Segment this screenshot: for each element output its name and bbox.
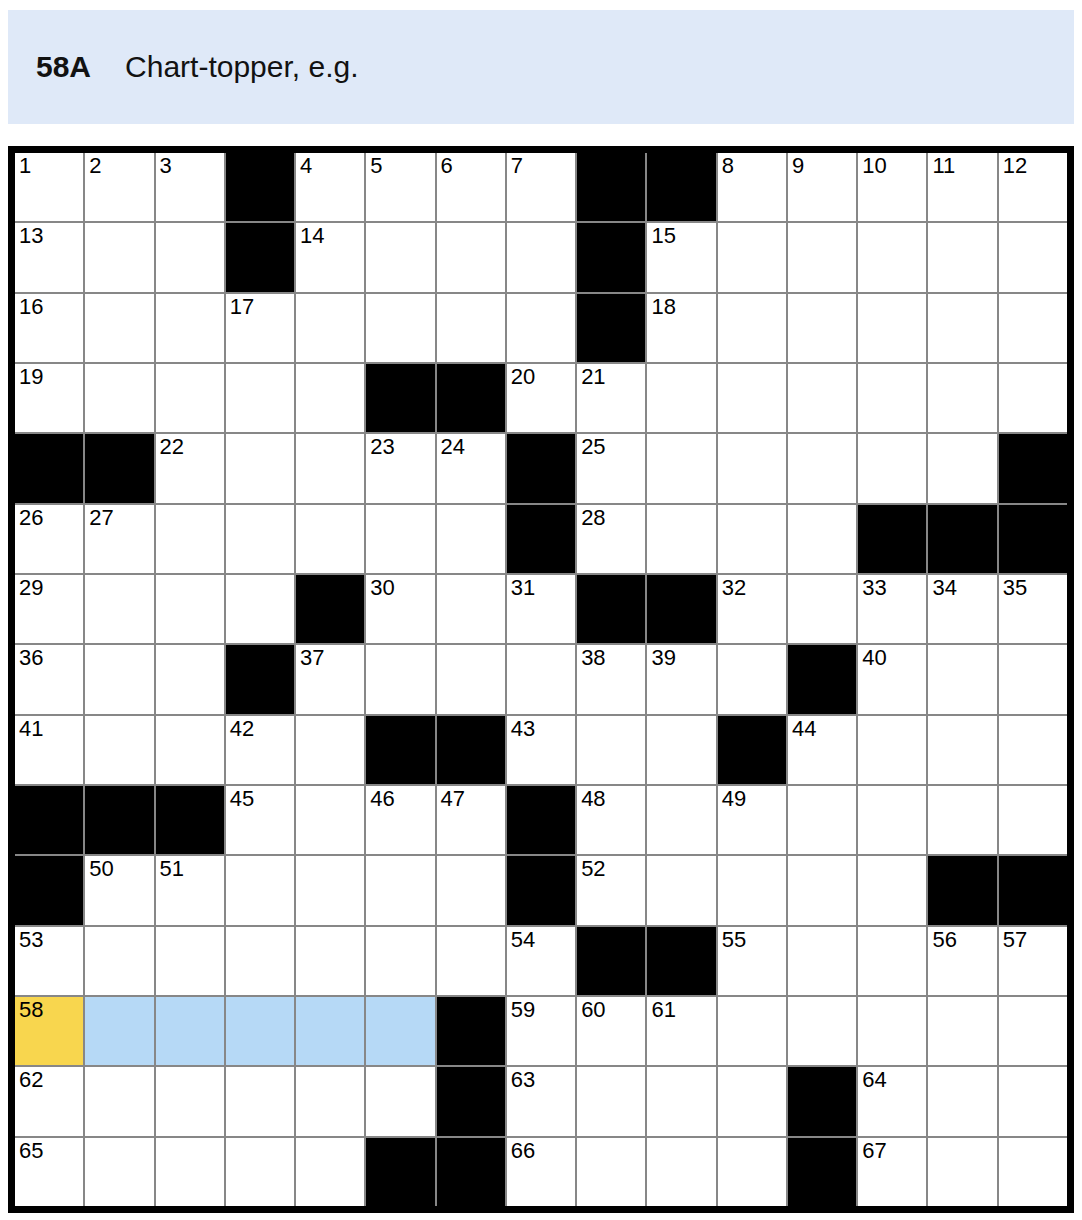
cell-r2c15[interactable] [999,223,1067,291]
cell-r1c13[interactable]: 10 [858,153,926,221]
word-cell-r13c6[interactable] [366,997,434,1065]
cell-r7c8[interactable]: 31 [507,575,575,643]
cell-r5c9[interactable]: 25 [577,434,645,502]
word-cell-r13c2[interactable] [85,997,153,1065]
block-cell-r2c4 [226,223,294,291]
cell-number: 58 [19,998,43,1022]
cell-r1c14[interactable]: 11 [928,153,996,221]
cell-r4c10[interactable] [647,364,715,432]
cell-r9c10[interactable] [647,716,715,784]
cell-r7c11[interactable]: 32 [718,575,786,643]
cell-r9c3[interactable] [156,716,224,784]
cell-number: 7 [511,154,523,178]
cell-r11c3[interactable]: 51 [156,856,224,924]
cell-number: 38 [581,646,605,670]
cell-number: 2 [89,154,101,178]
cell-r12c15[interactable]: 57 [999,927,1067,995]
cell-r4c13[interactable] [858,364,926,432]
cell-r13c14[interactable] [928,997,996,1065]
block-cell-r10c8 [507,786,575,854]
cell-r9c13[interactable] [858,716,926,784]
cell-r15c1[interactable]: 65 [15,1138,83,1206]
cell-r2c3[interactable] [156,223,224,291]
cell-r3c4[interactable]: 17 [226,294,294,362]
cell-r4c2[interactable] [85,364,153,432]
cell-r15c14[interactable] [928,1138,996,1206]
cell-number: 64 [862,1068,886,1092]
cell-number: 29 [19,576,43,600]
cell-number: 44 [792,717,816,741]
cell-number: 39 [651,646,675,670]
cell-number: 33 [862,576,886,600]
cell-r6c10[interactable] [647,505,715,573]
block-cell-r10c2 [85,786,153,854]
word-cell-r13c5[interactable] [296,997,364,1065]
cell-r2c14[interactable] [928,223,996,291]
cell-number: 3 [160,154,172,178]
cell-r12c7[interactable] [437,927,505,995]
cell-r3c2[interactable] [85,294,153,362]
cell-r5c14[interactable] [928,434,996,502]
block-cell-r9c7 [437,716,505,784]
cell-r11c7[interactable] [437,856,505,924]
cell-r13c12[interactable] [788,997,856,1065]
cell-r4c3[interactable] [156,364,224,432]
clue-number-label: 58A [36,50,91,84]
cell-r4c11[interactable] [718,364,786,432]
cell-number: 25 [581,435,605,459]
cell-r10c14[interactable] [928,786,996,854]
cell-number: 13 [19,224,43,248]
cell-r10c4[interactable]: 45 [226,786,294,854]
block-cell-r9c11 [718,716,786,784]
cell-r11c11[interactable] [718,856,786,924]
block-cell-r5c2 [85,434,153,502]
cell-number: 30 [370,576,394,600]
cell-number: 67 [862,1139,886,1163]
cell-r11c2[interactable]: 50 [85,856,153,924]
cell-r11c4[interactable] [226,856,294,924]
block-cell-r3c9 [577,294,645,362]
cell-r3c13[interactable] [858,294,926,362]
cell-r12c11[interactable]: 55 [718,927,786,995]
cell-number: 18 [651,295,675,319]
cell-r5c10[interactable] [647,434,715,502]
block-cell-r10c1 [15,786,83,854]
cell-r5c13[interactable] [858,434,926,502]
cell-r14c5[interactable] [296,1067,364,1135]
cell-r12c2[interactable] [85,927,153,995]
block-cell-r10c3 [156,786,224,854]
cell-r14c4[interactable] [226,1067,294,1135]
cell-r7c6[interactable]: 30 [366,575,434,643]
block-cell-r5c15 [999,434,1067,502]
cell-number: 66 [511,1139,535,1163]
cell-r4c14[interactable] [928,364,996,432]
cell-r8c14[interactable] [928,645,996,713]
cell-r15c15[interactable] [999,1138,1067,1206]
cell-r8c5[interactable]: 37 [296,645,364,713]
cell-r10c5[interactable] [296,786,364,854]
cell-r1c2[interactable]: 2 [85,153,153,221]
cell-r7c13[interactable]: 33 [858,575,926,643]
block-cell-r15c6 [366,1138,434,1206]
cell-number: 6 [441,154,453,178]
cell-r5c12[interactable] [788,434,856,502]
cell-number: 19 [19,365,43,389]
cell-r8c6[interactable] [366,645,434,713]
cell-r4c15[interactable] [999,364,1067,432]
cell-r5c4[interactable] [226,434,294,502]
block-cell-r8c4 [226,645,294,713]
cell-r12c13[interactable] [858,927,926,995]
cell-r5c7[interactable]: 24 [437,434,505,502]
block-cell-r11c8 [507,856,575,924]
cell-number: 56 [932,928,956,952]
cell-r15c2[interactable] [85,1138,153,1206]
cell-r1c11[interactable]: 8 [718,153,786,221]
cell-r15c3[interactable] [156,1138,224,1206]
cell-r8c2[interactable] [85,645,153,713]
block-cell-r6c13 [858,505,926,573]
cell-r10c9[interactable]: 48 [577,786,645,854]
cell-r8c7[interactable] [437,645,505,713]
block-cell-r5c8 [507,434,575,502]
cell-r11c6[interactable] [366,856,434,924]
cell-r10c15[interactable] [999,786,1067,854]
cell-number: 1 [19,154,31,178]
cell-r7c3[interactable] [156,575,224,643]
cell-r15c13[interactable]: 67 [858,1138,926,1206]
cell-number: 15 [651,224,675,248]
cell-r13c15[interactable] [999,997,1067,1065]
cell-r2c5[interactable]: 14 [296,223,364,291]
cell-r14c13[interactable]: 64 [858,1067,926,1135]
cell-r1c15[interactable]: 12 [999,153,1067,221]
cell-r6c9[interactable]: 28 [577,505,645,573]
block-cell-r4c7 [437,364,505,432]
block-cell-r1c9 [577,153,645,221]
cell-r8c11[interactable] [718,645,786,713]
cell-r12c8[interactable]: 54 [507,927,575,995]
cell-r3c8[interactable] [507,294,575,362]
cell-r14c2[interactable] [85,1067,153,1135]
cell-number: 36 [19,646,43,670]
cell-number: 27 [89,506,113,530]
cell-r12c5[interactable] [296,927,364,995]
cell-r6c5[interactable] [296,505,364,573]
cell-r1c12[interactable]: 9 [788,153,856,221]
cell-r15c5[interactable] [296,1138,364,1206]
cell-number: 59 [511,998,535,1022]
cell-r9c1[interactable]: 41 [15,716,83,784]
block-cell-r2c9 [577,223,645,291]
cell-r15c11[interactable] [718,1138,786,1206]
cell-r7c4[interactable] [226,575,294,643]
cell-r3c5[interactable] [296,294,364,362]
cell-r11c9[interactable]: 52 [577,856,645,924]
cell-number: 49 [722,787,746,811]
cell-r10c13[interactable] [858,786,926,854]
cell-r4c5[interactable] [296,364,364,432]
cell-r15c4[interactable] [226,1138,294,1206]
cell-r10c10[interactable] [647,786,715,854]
cell-number: 9 [792,154,804,178]
cell-number: 47 [441,787,465,811]
cell-r11c13[interactable] [858,856,926,924]
cell-r3c7[interactable] [437,294,505,362]
cell-number: 31 [511,576,535,600]
cell-number: 16 [19,295,43,319]
word-cell-r13c3[interactable] [156,997,224,1065]
cell-r5c11[interactable] [718,434,786,502]
cell-number: 52 [581,857,605,881]
cell-r14c6[interactable] [366,1067,434,1135]
block-cell-r9c6 [366,716,434,784]
cell-r13c11[interactable] [718,997,786,1065]
cell-r6c12[interactable] [788,505,856,573]
cell-r11c10[interactable] [647,856,715,924]
cell-r10c6[interactable]: 46 [366,786,434,854]
cell-r15c10[interactable] [647,1138,715,1206]
cell-r6c11[interactable] [718,505,786,573]
block-cell-r1c10 [647,153,715,221]
cell-number: 8 [722,154,734,178]
cell-number: 20 [511,365,535,389]
cell-r3c15[interactable] [999,294,1067,362]
cell-r5c3[interactable]: 22 [156,434,224,502]
block-cell-r14c7 [437,1067,505,1135]
cell-number: 50 [89,857,113,881]
cell-number: 57 [1003,928,1027,952]
cell-number: 21 [581,365,605,389]
cell-r1c7[interactable]: 6 [437,153,505,221]
cell-r13c8[interactable]: 59 [507,997,575,1065]
cell-r9c4[interactable]: 42 [226,716,294,784]
cell-r10c11[interactable]: 49 [718,786,786,854]
cell-r14c15[interactable] [999,1067,1067,1135]
block-cell-r6c14 [928,505,996,573]
clue-bar: 58A Chart-topper, e.g. [8,10,1074,124]
cell-number: 12 [1003,154,1027,178]
cell-r3c12[interactable] [788,294,856,362]
cell-number: 53 [19,928,43,952]
block-cell-r6c15 [999,505,1067,573]
cell-r10c12[interactable] [788,786,856,854]
cell-r12c6[interactable] [366,927,434,995]
cell-r2c11[interactable] [718,223,786,291]
block-cell-r7c9 [577,575,645,643]
cell-r8c15[interactable] [999,645,1067,713]
cell-r8c8[interactable] [507,645,575,713]
cell-r9c12[interactable]: 44 [788,716,856,784]
cell-r14c11[interactable] [718,1067,786,1135]
block-cell-r6c8 [507,505,575,573]
cell-r14c1[interactable]: 62 [15,1067,83,1135]
cell-number: 54 [511,928,535,952]
cell-r6c6[interactable] [366,505,434,573]
cell-r1c1[interactable]: 1 [15,153,83,221]
block-cell-r8c12 [788,645,856,713]
cell-number: 26 [19,506,43,530]
cell-r3c6[interactable] [366,294,434,362]
cell-r7c15[interactable]: 35 [999,575,1067,643]
cell-r3c3[interactable] [156,294,224,362]
cell-number: 24 [441,435,465,459]
cell-r4c9[interactable]: 21 [577,364,645,432]
cell-r6c4[interactable] [226,505,294,573]
block-cell-r1c4 [226,153,294,221]
cell-r9c2[interactable] [85,716,153,784]
block-cell-r11c14 [928,856,996,924]
block-cell-r13c7 [437,997,505,1065]
cell-r2c1[interactable]: 13 [15,223,83,291]
cell-r5c5[interactable] [296,434,364,502]
cell-number: 22 [160,435,184,459]
cell-number: 11 [932,154,955,178]
cell-number: 60 [581,998,605,1022]
cell-r7c7[interactable] [437,575,505,643]
cell-r9c5[interactable] [296,716,364,784]
cell-number: 48 [581,787,605,811]
cell-r1c6[interactable]: 5 [366,153,434,221]
cell-r12c12[interactable] [788,927,856,995]
cell-r2c6[interactable] [366,223,434,291]
cell-r11c5[interactable] [296,856,364,924]
cell-number: 17 [230,295,254,319]
block-cell-r14c12 [788,1067,856,1135]
cell-r7c1[interactable]: 29 [15,575,83,643]
cell-r9c14[interactable] [928,716,996,784]
cell-number: 42 [230,717,254,741]
cell-r2c2[interactable] [85,223,153,291]
cell-r1c5[interactable]: 4 [296,153,364,221]
word-cell-r13c4[interactable] [226,997,294,1065]
cell-r1c8[interactable]: 7 [507,153,575,221]
cell-r6c2[interactable]: 27 [85,505,153,573]
cell-r2c10[interactable]: 15 [647,223,715,291]
cell-r4c1[interactable]: 19 [15,364,83,432]
cell-number: 4 [300,154,312,178]
cell-number: 23 [370,435,394,459]
cell-number: 43 [511,717,535,741]
cell-r8c1[interactable]: 36 [15,645,83,713]
cell-r2c7[interactable] [437,223,505,291]
cell-r13c13[interactable] [858,997,926,1065]
crossword-board: 1234567891011121314151617181920212223242… [8,146,1074,1213]
block-cell-r11c1 [15,856,83,924]
cell-r6c7[interactable] [437,505,505,573]
cell-r9c8[interactable]: 43 [507,716,575,784]
cell-r13c9[interactable]: 60 [577,997,645,1065]
cell-r3c11[interactable] [718,294,786,362]
cell-r1c3[interactable]: 3 [156,153,224,221]
cell-r8c3[interactable] [156,645,224,713]
cell-r7c14[interactable]: 34 [928,575,996,643]
cell-number: 46 [370,787,394,811]
cell-r6c1[interactable]: 26 [15,505,83,573]
cell-r3c14[interactable] [928,294,996,362]
block-cell-r7c5 [296,575,364,643]
cell-r2c8[interactable] [507,223,575,291]
cell-r2c13[interactable] [858,223,926,291]
cell-number: 65 [19,1139,43,1163]
block-cell-r7c10 [647,575,715,643]
cell-number: 41 [19,717,43,741]
cell-r4c12[interactable] [788,364,856,432]
cell-r3c1[interactable]: 16 [15,294,83,362]
cell-r12c1[interactable]: 53 [15,927,83,995]
cell-r12c14[interactable]: 56 [928,927,996,995]
cell-r15c8[interactable]: 66 [507,1138,575,1206]
cell-r2c12[interactable] [788,223,856,291]
cell-r14c9[interactable] [577,1067,645,1135]
cell-number: 40 [862,646,886,670]
cell-r12c4[interactable] [226,927,294,995]
cell-r13c10[interactable]: 61 [647,997,715,1065]
cell-r5c6[interactable]: 23 [366,434,434,502]
clue-text: Chart-topper, e.g. [125,50,358,84]
cell-number: 62 [19,1068,43,1092]
cell-number: 35 [1003,576,1027,600]
cell-number: 63 [511,1068,535,1092]
cell-number: 34 [932,576,956,600]
cell-r14c10[interactable] [647,1067,715,1135]
cell-r9c9[interactable] [577,716,645,784]
cell-r12c3[interactable] [156,927,224,995]
block-cell-r15c7 [437,1138,505,1206]
cell-r11c12[interactable] [788,856,856,924]
cell-number: 14 [300,224,324,248]
cell-number: 5 [370,154,382,178]
cell-r3c10[interactable]: 18 [647,294,715,362]
cell-number: 45 [230,787,254,811]
cell-r7c12[interactable] [788,575,856,643]
cell-number: 51 [160,857,184,881]
cell-r8c9[interactable]: 38 [577,645,645,713]
block-cell-r12c9 [577,927,645,995]
cell-r4c8[interactable]: 20 [507,364,575,432]
cell-r7c2[interactable] [85,575,153,643]
cell-r14c8[interactable]: 63 [507,1067,575,1135]
cell-r14c14[interactable] [928,1067,996,1135]
block-cell-r12c10 [647,927,715,995]
cell-r8c10[interactable]: 39 [647,645,715,713]
cell-number: 55 [722,928,746,952]
cell-r10c7[interactable]: 47 [437,786,505,854]
selected-cell-r13c1[interactable]: 58 [15,997,83,1065]
cell-r4c4[interactable] [226,364,294,432]
cell-r6c3[interactable] [156,505,224,573]
cell-r8c13[interactable]: 40 [858,645,926,713]
block-cell-r4c6 [366,364,434,432]
cell-number: 37 [300,646,324,670]
cell-r15c9[interactable] [577,1138,645,1206]
block-cell-r11c15 [999,856,1067,924]
block-cell-r15c12 [788,1138,856,1206]
cell-number: 10 [862,154,886,178]
cell-number: 32 [722,576,746,600]
cell-r9c15[interactable] [999,716,1067,784]
cell-number: 61 [651,998,675,1022]
block-cell-r5c1 [15,434,83,502]
cell-number: 28 [581,506,605,530]
cell-r14c3[interactable] [156,1067,224,1135]
